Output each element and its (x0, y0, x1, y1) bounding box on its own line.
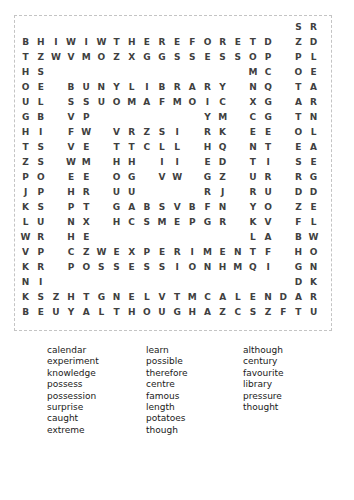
grid-cell-r14c17: V (261, 215, 276, 230)
grid-cell-r7c4: V (63, 110, 78, 125)
grid-cell-r12c5: R (79, 185, 94, 200)
grid-cell-r18c4 (63, 275, 78, 290)
grid-cell-r19c10: V (154, 290, 169, 305)
grid-cell-r13c15 (230, 200, 245, 215)
grid-cell-r17c12: O (185, 260, 200, 275)
grid-cell-r5c16: N (245, 80, 260, 95)
grid-cell-r5c20: A (306, 80, 321, 95)
grid-cell-r2c8: H (124, 35, 139, 50)
grid-cell-r10c6 (94, 155, 109, 170)
grid-cell-r16c18 (276, 245, 291, 260)
grid-cell-r19c20: R (306, 290, 321, 305)
grid-cell-r6c3 (48, 95, 63, 110)
grid-cell-r12c7: U (109, 185, 124, 200)
grid-cell-r18c18 (276, 275, 291, 290)
grid-cell-r16c17: F (261, 245, 276, 260)
grid-cell-r13c1: K (18, 200, 33, 215)
grid-cell-r3c11: S (170, 50, 185, 65)
grid-cell-r12c18 (276, 185, 291, 200)
word-item: therefore (146, 368, 188, 379)
grid-cell-r15c6 (94, 230, 109, 245)
word-item: centre (146, 379, 188, 390)
grid-cell-r12c10 (154, 185, 169, 200)
grid-cell-r4c7 (109, 65, 124, 80)
grid-cell-r1c3 (48, 20, 63, 35)
grid-cell-r1c7 (109, 20, 124, 35)
grid-cell-r1c8 (124, 20, 139, 35)
grid-cell-r13c3 (48, 200, 63, 215)
grid-cell-r19c19: A (291, 290, 306, 305)
grid-cell-r12c1: J (18, 185, 33, 200)
grid-cell-r9c3 (48, 140, 63, 155)
grid-cell-r4c20: E (306, 65, 321, 80)
grid-cell-r8c11: I (170, 125, 185, 140)
grid-cell-r1c5 (79, 20, 94, 35)
grid-cell-r9c10: L (154, 140, 169, 155)
grid-cell-r15c12 (185, 230, 200, 245)
grid-cell-r3c4: V (63, 50, 78, 65)
grid-cell-r13c12: B (185, 200, 200, 215)
grid-cell-r18c1: N (18, 275, 33, 290)
grid-cell-r2c3: I (48, 35, 63, 50)
grid-cell-r14c2: U (33, 215, 48, 230)
grid-cell-r17c2: R (33, 260, 48, 275)
grid-cell-r16c9: P (139, 245, 154, 260)
grid-cell-r2c10: R (154, 35, 169, 50)
grid-cell-r12c8: U (124, 185, 139, 200)
word-item: knowledge (47, 368, 99, 379)
grid-cell-r12c3 (48, 185, 63, 200)
grid-cell-r8c9: Z (139, 125, 154, 140)
grid-cell-r12c2: P (33, 185, 48, 200)
grid-cell-r16c16: T (245, 245, 260, 260)
grid-cell-r7c12 (185, 110, 200, 125)
grid-cell-r14c9: S (139, 215, 154, 230)
grid-cell-r8c8: R (124, 125, 139, 140)
grid-cell-r7c9 (139, 110, 154, 125)
grid-cell-r5c3 (48, 80, 63, 95)
grid-cell-r9c18 (276, 140, 291, 155)
word-item: thought (243, 402, 284, 413)
grid-cell-r6c14: C (215, 95, 230, 110)
grid-cell-r7c15 (230, 110, 245, 125)
grid-cell-r6c2: L (33, 95, 48, 110)
grid-cell-r3c10: G (154, 50, 169, 65)
grid-cell-r1c4 (63, 20, 78, 35)
grid-cell-r4c9 (139, 65, 154, 80)
grid-cell-r15c14 (215, 230, 230, 245)
grid-cell-r7c17: G (261, 110, 276, 125)
grid-cell-r17c20: N (306, 260, 321, 275)
grid-cell-r16c4: C (63, 245, 78, 260)
grid-cell-r18c7 (109, 275, 124, 290)
grid-cell-r6c7: O (109, 95, 124, 110)
word-item: caught (47, 413, 99, 424)
grid-cell-r9c19: E (291, 140, 306, 155)
grid-cell-r19c6: G (94, 290, 109, 305)
grid-cell-r18c5 (79, 275, 94, 290)
grid-cell-r3c20: L (306, 50, 321, 65)
grid-cell-r20c15: C (230, 305, 245, 320)
grid-cell-r8c12 (185, 125, 200, 140)
grid-cell-r1c18 (276, 20, 291, 35)
grid-cell-r16c20: O (306, 245, 321, 260)
grid-cell-r4c4 (63, 65, 78, 80)
grid-cell-r15c8 (124, 230, 139, 245)
grid-cell-r13c13: F (200, 200, 215, 215)
grid-cell-r7c14: M (215, 110, 230, 125)
grid-cell-r5c7: Y (109, 80, 124, 95)
grid-cell-r14c14: R (215, 215, 230, 230)
grid-cell-r10c17: I (261, 155, 276, 170)
grid-cell-r17c6: S (94, 260, 109, 275)
grid-cell-r8c18 (276, 125, 291, 140)
grid-cell-r8c10: S (154, 125, 169, 140)
grid-cell-r2c4: W (63, 35, 78, 50)
grid-cell-r4c18 (276, 65, 291, 80)
grid-cell-r20c13: A (200, 305, 215, 320)
grid-cell-r13c4: P (63, 200, 78, 215)
grid-cell-r7c5: P (79, 110, 94, 125)
grid-cell-r20c8: H (124, 305, 139, 320)
grid-cell-r17c19: G (291, 260, 306, 275)
grid-cell-r13c5: T (79, 200, 94, 215)
grid-cell-r13c17: O (261, 200, 276, 215)
word-item: possible (146, 356, 188, 367)
grid-cell-r16c5: Z (79, 245, 94, 260)
grid-cell-r11c14: Z (215, 170, 230, 185)
grid-cell-r8c19: O (291, 125, 306, 140)
grid-cell-r2c12: F (185, 35, 200, 50)
grid-cell-r20c11: G (170, 305, 185, 320)
grid-cell-r3c9: G (139, 50, 154, 65)
grid-cell-r12c16: R (245, 185, 260, 200)
grid-cell-r14c13: G (200, 215, 215, 230)
grid-cell-r6c13: I (200, 95, 215, 110)
grid-cell-r10c13: E (200, 155, 215, 170)
grid-cell-r6c4: S (63, 95, 78, 110)
grid-cell-r18c11 (170, 275, 185, 290)
grid-cell-r7c8 (124, 110, 139, 125)
grid-cell-r15c5: E (79, 230, 94, 245)
grid-cell-r18c14 (215, 275, 230, 290)
grid-cell-r17c3 (48, 260, 63, 275)
grid-cell-r18c8 (124, 275, 139, 290)
grid-cell-r19c7: N (109, 290, 124, 305)
grid-cell-r5c12: A (185, 80, 200, 95)
grid-cell-r14c11: E (170, 215, 185, 230)
grid-cell-r12c15 (230, 185, 245, 200)
grid-cell-r20c16: S (245, 305, 260, 320)
grid-cell-r4c17: C (261, 65, 276, 80)
grid-cell-r11c9 (139, 170, 154, 185)
grid-cell-r20c19: T (291, 305, 306, 320)
grid-cell-r3c2: Z (33, 50, 48, 65)
grid-cell-r11c18 (276, 170, 291, 185)
grid-cell-r7c19: T (291, 110, 306, 125)
word-item: calendar (47, 345, 99, 356)
grid-cell-r18c17 (261, 275, 276, 290)
grid-cell-r15c20: W (306, 230, 321, 245)
grid-cell-r4c5 (79, 65, 94, 80)
grid-cell-r1c13 (200, 20, 215, 35)
grid-cell-r7c2: B (33, 110, 48, 125)
grid-cell-r16c8: X (124, 245, 139, 260)
grid-cell-r16c14: E (215, 245, 230, 260)
grid-cell-r3c7: Z (109, 50, 124, 65)
grid-cell-r9c6 (94, 140, 109, 155)
grid-cell-r5c4: B (63, 80, 78, 95)
grid-cell-r11c17: R (261, 170, 276, 185)
grid-cell-r3c5: M (79, 50, 94, 65)
grid-cell-r11c19: R (291, 170, 306, 185)
grid-cell-r13c14: N (215, 200, 230, 215)
grid-cell-r18c19: D (291, 275, 306, 290)
grid-cell-r19c18: D (276, 290, 291, 305)
grid-cell-r20c18: F (276, 305, 291, 320)
grid-cell-r15c1: W (18, 230, 33, 245)
grid-cell-r4c14 (215, 65, 230, 80)
grid-cell-r9c13: H (200, 140, 215, 155)
grid-cell-r10c9 (139, 155, 154, 170)
grid-cell-r9c4: V (63, 140, 78, 155)
grid-cell-r13c2: S (33, 200, 48, 215)
grid-cell-r6c20: R (306, 95, 321, 110)
grid-cell-r4c15 (230, 65, 245, 80)
grid-cell-r19c9: L (139, 290, 154, 305)
grid-cell-r13c19: Z (291, 200, 306, 215)
grid-cell-r20c12: H (185, 305, 200, 320)
grid-cell-r19c14: A (215, 290, 230, 305)
grid-cell-r15c13 (200, 230, 215, 245)
grid-cell-r18c3 (48, 275, 63, 290)
grid-cell-r16c13: M (200, 245, 215, 260)
grid-cell-r17c4: P (63, 260, 78, 275)
grid-cell-r17c18 (276, 260, 291, 275)
grid-cell-r15c17: A (261, 230, 276, 245)
word-item: potatoes (146, 413, 188, 424)
grid-cell-r1c12 (185, 20, 200, 35)
grid-cell-r2c20: D (306, 35, 321, 50)
grid-cell-r10c15 (230, 155, 245, 170)
word-item: though (146, 425, 188, 436)
grid-cell-r9c20: A (306, 140, 321, 155)
grid-cell-r8c15 (230, 125, 245, 140)
grid-cell-r15c19: B (291, 230, 306, 245)
grid-cell-r17c17: I (261, 260, 276, 275)
grid-cell-r16c12: I (185, 245, 200, 260)
grid-cell-r3c16: O (245, 50, 260, 65)
grid-cell-r14c5: X (79, 215, 94, 230)
grid-cell-r7c20: N (306, 110, 321, 125)
grid-cell-r1c15 (230, 20, 245, 35)
grid-cell-r11c15 (230, 170, 245, 185)
grid-cell-r5c19: T (291, 80, 306, 95)
wordsearch-border: SRBHIWIWTHEREFORETDZDTZWVMOZXGGSSESSOPPL… (14, 15, 332, 331)
word-item: pressure (243, 391, 284, 402)
grid-cell-r15c10 (154, 230, 169, 245)
grid-cell-r10c16: T (245, 155, 260, 170)
grid-cell-r19c4: H (63, 290, 78, 305)
grid-cell-r1c1 (18, 20, 33, 35)
grid-cell-r10c3 (48, 155, 63, 170)
grid-cell-r19c12: M (185, 290, 200, 305)
grid-cell-r3c8: X (124, 50, 139, 65)
grid-cell-r11c1: P (18, 170, 33, 185)
grid-cell-r17c1: K (18, 260, 33, 275)
grid-cell-r15c18 (276, 230, 291, 245)
grid-cell-r14c4: N (63, 215, 78, 230)
grid-cell-r14c16: K (245, 215, 260, 230)
grid-cell-r7c18 (276, 110, 291, 125)
grid-cell-r9c15 (230, 140, 245, 155)
grid-cell-r6c1: U (18, 95, 33, 110)
grid-cell-r9c2: S (33, 140, 48, 155)
grid-cell-r5c13: R (200, 80, 215, 95)
grid-cell-r10c1: Z (18, 155, 33, 170)
grid-cell-r17c8: E (124, 260, 139, 275)
grid-cell-r3c15: S (230, 50, 245, 65)
grid-cell-r16c1: V (18, 245, 33, 260)
grid-cell-r2c14: R (215, 35, 230, 50)
grid-cell-r18c9 (139, 275, 154, 290)
grid-cell-r4c1: H (18, 65, 33, 80)
grid-cell-r11c2: O (33, 170, 48, 185)
grid-cell-r1c20: R (306, 20, 321, 35)
grid-cell-r5c14: Y (215, 80, 230, 95)
grid-cell-r1c9 (139, 20, 154, 35)
grid-cell-r11c20: G (306, 170, 321, 185)
grid-cell-r12c9 (139, 185, 154, 200)
grid-cell-r3c13: E (200, 50, 215, 65)
grid-cell-r7c11 (170, 110, 185, 125)
grid-cell-r19c13: C (200, 290, 215, 305)
grid-cell-r3c17: P (261, 50, 276, 65)
grid-cell-r3c6: O (94, 50, 109, 65)
grid-cell-r15c9 (139, 230, 154, 245)
grid-cell-r13c6 (94, 200, 109, 215)
grid-cell-r9c7: T (109, 140, 124, 155)
grid-cell-r18c2: I (33, 275, 48, 290)
grid-cell-r2c6: W (94, 35, 109, 50)
grid-cell-r15c16: L (245, 230, 260, 245)
grid-cell-r10c8: H (124, 155, 139, 170)
grid-cell-r15c4: H (63, 230, 78, 245)
grid-cell-r1c16 (245, 20, 260, 35)
word-item: possession (47, 391, 99, 402)
grid-cell-r10c14: D (215, 155, 230, 170)
grid-cell-r16c10: E (154, 245, 169, 260)
grid-cell-r14c19: F (291, 215, 306, 230)
grid-cell-r1c14 (215, 20, 230, 35)
grid-cell-r8c20: L (306, 125, 321, 140)
grid-cell-r16c3 (48, 245, 63, 260)
grid-cell-r8c14: K (215, 125, 230, 140)
grid-cell-r6c18 (276, 95, 291, 110)
grid-cell-r14c12: P (185, 215, 200, 230)
grid-cell-r5c15 (230, 80, 245, 95)
grid-cell-r6c17: G (261, 95, 276, 110)
grid-cell-r20c3: U (48, 305, 63, 320)
grid-cell-r13c16: Y (245, 200, 260, 215)
grid-cell-r6c8: M (124, 95, 139, 110)
grid-cell-r16c6: W (94, 245, 109, 260)
grid-cell-r7c7 (109, 110, 124, 125)
grid-cell-r11c10: V (154, 170, 169, 185)
grid-cell-r6c9: A (139, 95, 154, 110)
grid-cell-r2c2: H (33, 35, 48, 50)
grid-cell-r4c13 (200, 65, 215, 80)
grid-cell-r10c7: H (109, 155, 124, 170)
grid-cell-r8c4: F (63, 125, 78, 140)
grid-cell-r20c1: B (18, 305, 33, 320)
grid-cell-r8c2: I (33, 125, 48, 140)
grid-cell-r10c4: W (63, 155, 78, 170)
grid-cell-r14c1: L (18, 215, 33, 230)
grid-cell-r14c18 (276, 215, 291, 230)
grid-cell-r20c5: A (79, 305, 94, 320)
grid-cell-r7c6 (94, 110, 109, 125)
grid-cell-r5c11: R (170, 80, 185, 95)
grid-cell-r9c12 (185, 140, 200, 155)
grid-cell-r19c15: L (230, 290, 245, 305)
word-item: length (146, 402, 188, 413)
grid-cell-r15c11 (170, 230, 185, 245)
word-list-column-1: calendarexperimentknowledgepossessposses… (47, 345, 99, 436)
grid-cell-r20c2: E (33, 305, 48, 320)
grid-cell-r14c8: C (124, 215, 139, 230)
word-item: experiment (47, 356, 99, 367)
grid-cell-r19c11: T (170, 290, 185, 305)
grid-cell-r10c5: M (79, 155, 94, 170)
worksheet-page: SRBHIWIWTHEREFORETDZDTZWVMOZXGGSSESSOPPL… (0, 0, 354, 500)
grid-cell-r20c7: T (109, 305, 124, 320)
grid-cell-r12c12 (185, 185, 200, 200)
grid-cell-r17c16: Q (245, 260, 260, 275)
grid-cell-r20c14: Z (215, 305, 230, 320)
grid-cell-r6c10: F (154, 95, 169, 110)
grid-cell-r14c6 (94, 215, 109, 230)
grid-cell-r19c1: K (18, 290, 33, 305)
grid-cell-r11c8: G (124, 170, 139, 185)
grid-cell-r7c10 (154, 110, 169, 125)
grid-cell-r12c6 (94, 185, 109, 200)
grid-cell-r9c16: N (245, 140, 260, 155)
grid-cell-r5c5: U (79, 80, 94, 95)
grid-cell-r8c5: W (79, 125, 94, 140)
grid-cell-r3c1: T (18, 50, 33, 65)
grid-cell-r10c19: S (291, 155, 306, 170)
grid-cell-r2c15: E (230, 35, 245, 50)
grid-cell-r13c7: G (109, 200, 124, 215)
grid-cell-r8c7: V (109, 125, 124, 140)
grid-cell-r17c13: N (200, 260, 215, 275)
grid-cell-r13c10: S (154, 200, 169, 215)
grid-cell-r19c3: Z (48, 290, 63, 305)
grid-cell-r12c17: U (261, 185, 276, 200)
grid-cell-r3c18 (276, 50, 291, 65)
grid-cell-r16c7: E (109, 245, 124, 260)
grid-cell-r6c6: U (94, 95, 109, 110)
word-item: century (243, 356, 284, 367)
grid-cell-r13c18 (276, 200, 291, 215)
grid-cell-r4c16: M (245, 65, 260, 80)
grid-cell-r1c17 (261, 20, 276, 35)
grid-cell-r1c6 (94, 20, 109, 35)
grid-cell-r18c13 (200, 275, 215, 290)
grid-cell-r2c11: E (170, 35, 185, 50)
grid-cell-r3c19: P (291, 50, 306, 65)
